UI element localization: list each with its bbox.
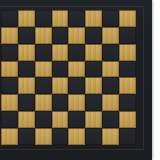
square-g5[interactable] <box>102 61 119 78</box>
square-c3[interactable] <box>35 94 52 111</box>
square-c2[interactable] <box>35 111 52 128</box>
square-d2[interactable] <box>52 111 69 128</box>
square-d5[interactable] <box>52 61 69 78</box>
square-b7[interactable] <box>18 27 35 44</box>
square-h6[interactable] <box>119 44 136 61</box>
square-g1[interactable] <box>102 128 119 145</box>
square-e3[interactable] <box>68 94 85 111</box>
square-d1[interactable] <box>52 128 69 145</box>
square-g7[interactable] <box>102 27 119 44</box>
chessboard-grid <box>1 10 136 145</box>
square-a1[interactable] <box>1 128 18 145</box>
square-b6[interactable] <box>18 44 35 61</box>
square-b4[interactable] <box>18 77 35 94</box>
square-b8[interactable] <box>18 10 35 27</box>
square-f1[interactable] <box>85 128 102 145</box>
square-g3[interactable] <box>102 94 119 111</box>
square-g2[interactable] <box>102 111 119 128</box>
square-c8[interactable] <box>35 10 52 27</box>
square-a6[interactable] <box>1 44 18 61</box>
square-a4[interactable] <box>1 77 18 94</box>
square-f3[interactable] <box>85 94 102 111</box>
square-e6[interactable] <box>68 44 85 61</box>
square-b2[interactable] <box>18 111 35 128</box>
square-a8[interactable] <box>1 10 18 27</box>
square-e7[interactable] <box>68 27 85 44</box>
square-f5[interactable] <box>85 61 102 78</box>
square-b5[interactable] <box>18 61 35 78</box>
square-h8[interactable] <box>119 10 136 27</box>
square-h2[interactable] <box>119 111 136 128</box>
square-g6[interactable] <box>102 44 119 61</box>
square-e8[interactable] <box>68 10 85 27</box>
square-e1[interactable] <box>68 128 85 145</box>
square-f2[interactable] <box>85 111 102 128</box>
square-h3[interactable] <box>119 94 136 111</box>
square-c1[interactable] <box>35 128 52 145</box>
square-d6[interactable] <box>52 44 69 61</box>
square-a7[interactable] <box>1 27 18 44</box>
chessboard-photo <box>0 0 152 160</box>
square-d8[interactable] <box>52 10 69 27</box>
square-f4[interactable] <box>85 77 102 94</box>
square-g8[interactable] <box>102 10 119 27</box>
square-c6[interactable] <box>35 44 52 61</box>
square-g4[interactable] <box>102 77 119 94</box>
square-f6[interactable] <box>85 44 102 61</box>
square-h4[interactable] <box>119 77 136 94</box>
square-a2[interactable] <box>1 111 18 128</box>
square-e4[interactable] <box>68 77 85 94</box>
page-background <box>0 0 160 160</box>
square-c4[interactable] <box>35 77 52 94</box>
square-h5[interactable] <box>119 61 136 78</box>
square-d3[interactable] <box>52 94 69 111</box>
square-c7[interactable] <box>35 27 52 44</box>
square-f8[interactable] <box>85 10 102 27</box>
square-b1[interactable] <box>18 128 35 145</box>
square-c5[interactable] <box>35 61 52 78</box>
square-h1[interactable] <box>119 128 136 145</box>
square-d4[interactable] <box>52 77 69 94</box>
square-a3[interactable] <box>1 94 18 111</box>
square-e2[interactable] <box>68 111 85 128</box>
square-b3[interactable] <box>18 94 35 111</box>
square-f7[interactable] <box>85 27 102 44</box>
square-a5[interactable] <box>1 61 18 78</box>
square-d7[interactable] <box>52 27 69 44</box>
square-e5[interactable] <box>68 61 85 78</box>
square-h7[interactable] <box>119 27 136 44</box>
